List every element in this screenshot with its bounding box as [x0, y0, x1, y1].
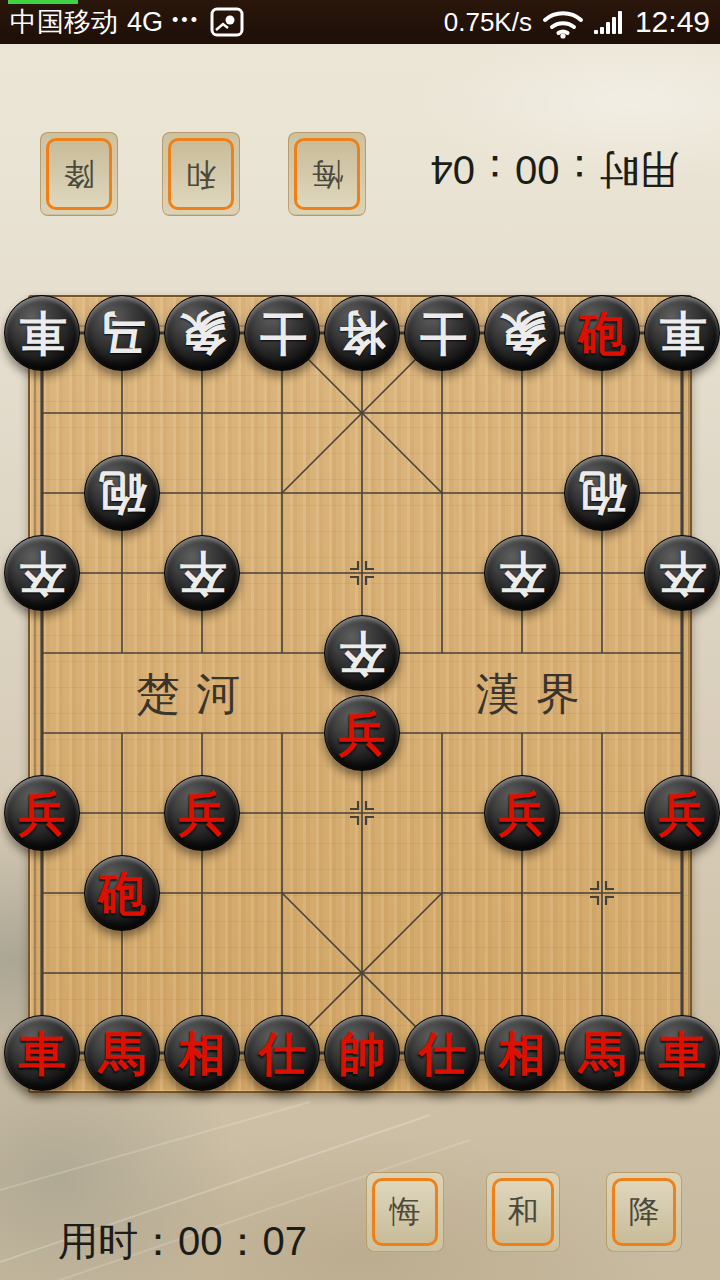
- button-frame: 悔: [372, 1178, 438, 1246]
- player-time-label: 用时：00：07: [58, 1214, 307, 1269]
- piece-red-elephant[interactable]: 相: [164, 1015, 240, 1091]
- player-undo-button[interactable]: 悔: [366, 1172, 444, 1252]
- piece-glyph: 兵: [179, 790, 226, 837]
- piece-red-advisor[interactable]: 仕: [244, 1015, 320, 1091]
- piece-red-chariot[interactable]: 車: [644, 1015, 720, 1091]
- opponent-draw-button[interactable]: 和: [162, 132, 240, 216]
- piece-red-soldier[interactable]: 兵: [4, 775, 80, 851]
- piece-red-horse[interactable]: 馬: [84, 1015, 160, 1091]
- piece-glyph: 兵: [19, 790, 66, 837]
- player-draw-button[interactable]: 和: [486, 1172, 560, 1252]
- piece-glyph: 車: [19, 310, 66, 357]
- button-label: 和: [186, 153, 217, 195]
- piece-black-advisor[interactable]: 士: [244, 295, 320, 371]
- piece-glyph: 車: [659, 310, 706, 357]
- wifi-icon: [541, 5, 585, 39]
- piece-glyph: 相: [179, 1030, 226, 1077]
- piece-red-cannon[interactable]: 砲: [84, 855, 160, 931]
- piece-glyph: 砲: [579, 310, 626, 357]
- piece-red-soldier[interactable]: 兵: [484, 775, 560, 851]
- button-label: 悔: [390, 1191, 421, 1233]
- button-label: 和: [508, 1191, 539, 1233]
- piece-red-elephant[interactable]: 相: [484, 1015, 560, 1091]
- piece-black-cannon[interactable]: 砲: [84, 455, 160, 531]
- piece-black-soldier[interactable]: 卒: [4, 535, 80, 611]
- opponent-undo-button[interactable]: 悔: [288, 132, 366, 216]
- piece-black-soldier[interactable]: 卒: [324, 615, 400, 691]
- piece-black-horse[interactable]: 马: [84, 295, 160, 371]
- piece-glyph: 卒: [659, 550, 706, 597]
- piece-red-soldier[interactable]: 兵: [644, 775, 720, 851]
- piece-glyph: 卒: [19, 550, 66, 597]
- mms-picture-icon: [209, 6, 245, 38]
- xiangqi-board[interactable]: 楚河 漢界 車马象士将士象砲車砲砲卒卒卒卒卒兵兵兵兵兵砲車馬相仕帥仕相馬車: [28, 295, 692, 1093]
- button-frame: 悔: [294, 138, 360, 210]
- piece-glyph: 車: [659, 1030, 706, 1077]
- piece-black-soldier[interactable]: 卒: [644, 535, 720, 611]
- piece-glyph: 砲: [579, 470, 626, 517]
- piece-glyph: 兵: [499, 790, 546, 837]
- piece-glyph: 馬: [99, 1030, 146, 1077]
- button-label: 降: [629, 1191, 660, 1233]
- piece-glyph: 車: [19, 1030, 66, 1077]
- piece-black-elephant[interactable]: 象: [484, 295, 560, 371]
- status-progress-strip: [8, 0, 78, 4]
- network-type-label: 4G: [127, 7, 163, 38]
- button-label: 悔: [312, 153, 343, 195]
- piece-glyph: 仕: [419, 1030, 466, 1077]
- piece-glyph: 帥: [339, 1030, 386, 1077]
- piece-glyph: 兵: [659, 790, 706, 837]
- piece-glyph: 仕: [259, 1030, 306, 1077]
- status-left-group: 中国移动 4G •••: [10, 4, 245, 40]
- piece-black-soldier[interactable]: 卒: [484, 535, 560, 611]
- opponent-time-label: 用时：00：04: [400, 142, 710, 197]
- player-resign-button[interactable]: 降: [606, 1172, 682, 1252]
- piece-black-elephant[interactable]: 象: [164, 295, 240, 371]
- piece-glyph: 砲: [99, 470, 146, 517]
- signal-dots-label: •••: [172, 10, 200, 31]
- piece-red-soldier[interactable]: 兵: [324, 695, 400, 771]
- piece-red-soldier[interactable]: 兵: [164, 775, 240, 851]
- piece-glyph: 象: [179, 310, 226, 357]
- piece-black-general[interactable]: 将: [324, 295, 400, 371]
- button-label: 降: [64, 153, 95, 195]
- piece-glyph: 相: [499, 1030, 546, 1077]
- piece-red-chariot[interactable]: 車: [4, 1015, 80, 1091]
- button-frame: 降: [46, 138, 112, 210]
- piece-glyph: 士: [259, 310, 306, 357]
- piece-glyph: 卒: [339, 630, 386, 677]
- button-frame: 降: [612, 1178, 676, 1246]
- piece-black-chariot[interactable]: 車: [644, 295, 720, 371]
- opponent-resign-button[interactable]: 降: [40, 132, 118, 216]
- piece-glyph: 马: [99, 310, 146, 357]
- piece-red-cannon[interactable]: 砲: [564, 295, 640, 371]
- status-right-group: 0.75K/s 12:49: [444, 5, 710, 39]
- piece-red-general[interactable]: 帥: [324, 1015, 400, 1091]
- piece-glyph: 卒: [179, 550, 226, 597]
- button-frame: 和: [492, 1178, 554, 1246]
- piece-black-chariot[interactable]: 車: [4, 295, 80, 371]
- carrier-label: 中国移动: [10, 4, 118, 40]
- piece-black-advisor[interactable]: 士: [404, 295, 480, 371]
- piece-black-cannon[interactable]: 砲: [564, 455, 640, 531]
- pieces-layer: 車马象士将士象砲車砲砲卒卒卒卒卒兵兵兵兵兵砲車馬相仕帥仕相馬車: [30, 297, 690, 1091]
- signal-strength-icon: [594, 9, 626, 35]
- piece-red-advisor[interactable]: 仕: [404, 1015, 480, 1091]
- piece-red-horse[interactable]: 馬: [564, 1015, 640, 1091]
- piece-glyph: 象: [499, 310, 546, 357]
- piece-black-soldier[interactable]: 卒: [164, 535, 240, 611]
- status-clock: 12:49: [635, 5, 710, 39]
- piece-glyph: 将: [339, 310, 386, 357]
- piece-glyph: 卒: [499, 550, 546, 597]
- status-bar: 中国移动 4G ••• 0.75K/s: [0, 0, 720, 44]
- net-speed-label: 0.75K/s: [444, 7, 532, 38]
- piece-glyph: 士: [419, 310, 466, 357]
- piece-glyph: 兵: [339, 710, 386, 757]
- piece-glyph: 砲: [99, 870, 146, 917]
- piece-glyph: 馬: [579, 1030, 626, 1077]
- button-frame: 和: [168, 138, 234, 210]
